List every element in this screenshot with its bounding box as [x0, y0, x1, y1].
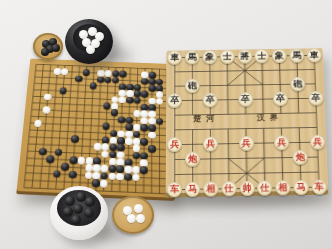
black-stone[interactable] — [63, 207, 73, 217]
white-stone[interactable] — [86, 45, 95, 54]
wooden-lid-white-stones[interactable] — [112, 196, 154, 234]
go-white-stone[interactable] — [53, 68, 61, 75]
xiangqi-piece-black-砲[interactable]: 砲 — [290, 77, 305, 92]
go-black-stone[interactable] — [141, 91, 148, 98]
go-black-stone[interactable] — [148, 84, 155, 91]
go-black-stone[interactable] — [71, 135, 79, 143]
go-white-stone[interactable] — [118, 96, 126, 103]
go-black-stone[interactable] — [148, 124, 156, 131]
go-black-stone[interactable] — [140, 138, 148, 146]
go-white-stone[interactable] — [133, 124, 141, 131]
go-black-stone[interactable] — [140, 166, 148, 174]
go-black-stone[interactable] — [70, 156, 78, 164]
go-black-stone[interactable] — [109, 144, 117, 152]
xiangqi-piece-black-卒[interactable]: 卒 — [238, 92, 253, 107]
go-white-stone[interactable] — [119, 90, 127, 97]
go-white-stone[interactable] — [97, 70, 105, 77]
xiangqi-piece-red-马[interactable]: 马 — [293, 180, 309, 195]
black-stone[interactable] — [65, 196, 75, 206]
xiangqi-piece-black-象[interactable]: 象 — [202, 50, 217, 64]
xiangqi-piece-black-將[interactable]: 將 — [237, 49, 252, 63]
black-stone[interactable] — [52, 44, 60, 52]
go-black-stone[interactable] — [119, 71, 126, 78]
go-white-stone[interactable] — [156, 91, 163, 98]
xiangqi-piece-red-兵[interactable]: 兵 — [239, 136, 254, 151]
white-stone[interactable] — [134, 204, 143, 213]
black-stone[interactable] — [85, 197, 95, 207]
go-board[interactable] — [16, 59, 174, 201]
white-stone[interactable] — [127, 214, 136, 223]
go-black-stone[interactable] — [97, 76, 105, 83]
go-black-stone[interactable] — [124, 173, 132, 181]
go-black-stone[interactable] — [75, 75, 83, 82]
xiangqi-piece-red-兵[interactable]: 兵 — [310, 135, 326, 150]
go-white-stone[interactable] — [148, 131, 156, 138]
go-white-stone[interactable] — [125, 137, 133, 145]
go-white-stone[interactable] — [126, 90, 133, 97]
xiangqi-piece-red-帅[interactable]: 帅 — [239, 181, 254, 196]
xiangqi-board[interactable]: 楚河 汉界 車馬象士將士象馬車砲砲卒卒卒卒卒兵兵兵兵兵炮炮车马相仕帅仕相马车 — [166, 48, 329, 197]
xiangqi-piece-black-馬[interactable]: 馬 — [289, 48, 304, 62]
scene: 楚河 汉界 車馬象士將士象馬車砲砲卒卒卒卒卒兵兵兵兵兵炮炮车马相仕帅仕相马车 — [0, 0, 332, 249]
go-black-stone[interactable] — [126, 97, 134, 104]
xiangqi-grid-lines — [166, 48, 329, 197]
white-bowl-black-stones[interactable] — [50, 186, 108, 240]
xiangqi-piece-black-卒[interactable]: 卒 — [203, 93, 218, 108]
go-black-stone[interactable] — [117, 144, 125, 152]
go-black-stone[interactable] — [92, 179, 100, 187]
xiangqi-piece-red-兵[interactable]: 兵 — [203, 136, 218, 151]
river-label-left: 楚河 — [193, 113, 219, 124]
xiangqi-piece-black-士[interactable]: 士 — [220, 50, 235, 64]
xiangqi-piece-red-车[interactable]: 车 — [311, 179, 327, 194]
xiangqi-piece-red-相[interactable]: 相 — [203, 181, 218, 196]
go-white-stone[interactable] — [141, 71, 148, 78]
river-label-right: 汉界 — [257, 112, 283, 123]
go-black-stone[interactable] — [133, 90, 140, 97]
go-black-stone[interactable] — [148, 145, 156, 153]
xiangqi-piece-red-炮[interactable]: 炮 — [292, 150, 308, 165]
go-black-stone[interactable] — [89, 82, 97, 89]
go-black-stone[interactable] — [140, 124, 148, 131]
xiangqi-piece-black-卒[interactable]: 卒 — [308, 91, 323, 106]
black-stone[interactable] — [84, 208, 94, 218]
black-bowl-white-stones[interactable] — [65, 19, 113, 64]
black-stone[interactable] — [71, 215, 81, 225]
xiangqi-piece-black-車[interactable]: 車 — [307, 48, 322, 62]
go-black-stone[interactable] — [141, 78, 148, 85]
go-white-stone[interactable] — [132, 145, 140, 153]
go-black-stone[interactable] — [46, 155, 54, 163]
go-black-stone[interactable] — [149, 72, 156, 79]
xiangqi-piece-red-仕[interactable]: 仕 — [221, 181, 236, 196]
go-black-stone[interactable] — [125, 123, 133, 130]
go-white-stone[interactable] — [94, 143, 102, 151]
white-stone[interactable] — [136, 214, 145, 223]
wooden-lid-black-stones[interactable] — [33, 33, 63, 60]
black-stone[interactable] — [41, 48, 49, 56]
go-black-stone[interactable] — [112, 70, 119, 77]
